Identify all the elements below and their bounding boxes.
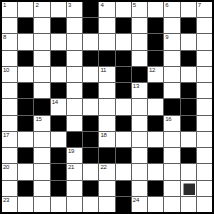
cell-r9c9[interactable] bbox=[132, 132, 147, 147]
cell-r13c9[interactable]: 24 bbox=[132, 197, 147, 212]
cell-r13c13[interactable] bbox=[197, 197, 212, 212]
cell-r8c3[interactable]: 15 bbox=[34, 116, 49, 131]
black-cell-r12c8 bbox=[116, 181, 131, 196]
black-cell-r2c2 bbox=[18, 18, 33, 33]
cell-r10c13[interactable] bbox=[197, 148, 212, 163]
cell-r7c5[interactable] bbox=[67, 99, 82, 114]
cell-r13c4[interactable] bbox=[51, 197, 66, 212]
cell-r5c6[interactable] bbox=[83, 67, 98, 82]
cell-r1c8[interactable] bbox=[116, 2, 131, 17]
cell-r6c13[interactable] bbox=[197, 83, 212, 98]
cell-r7c7[interactable] bbox=[99, 99, 114, 114]
black-cell-r10c7 bbox=[99, 148, 114, 163]
clue-number-6: 6 bbox=[165, 2, 168, 9]
cell-r4c5[interactable] bbox=[67, 51, 82, 66]
cell-r12c1[interactable] bbox=[2, 181, 17, 196]
clue-number-3: 3 bbox=[68, 2, 71, 9]
black-cell-r6c8 bbox=[116, 83, 131, 98]
cell-r7c8[interactable] bbox=[116, 99, 131, 114]
black-cell-r7c3 bbox=[34, 99, 49, 114]
black-cell-r7c2 bbox=[18, 99, 33, 114]
cell-r8c7[interactable] bbox=[99, 116, 114, 131]
black-cell-r2c12 bbox=[181, 18, 196, 33]
black-cell-r4c2 bbox=[18, 51, 33, 66]
cell-r11c7[interactable]: 22 bbox=[99, 164, 114, 179]
black-cell-r6c10 bbox=[148, 83, 163, 98]
cell-r13c1[interactable]: 23 bbox=[2, 197, 17, 212]
cell-r4c13[interactable] bbox=[197, 51, 212, 66]
cell-r6c1[interactable] bbox=[2, 83, 17, 98]
cell-r2c13[interactable] bbox=[197, 18, 212, 33]
clue-number-15: 15 bbox=[35, 116, 41, 123]
cell-r1c11[interactable]: 6 bbox=[164, 2, 179, 17]
cell-r3c13[interactable] bbox=[197, 34, 212, 49]
cell-r13c6[interactable] bbox=[83, 197, 98, 212]
cell-r6c5[interactable] bbox=[67, 83, 82, 98]
cell-r4c9[interactable] bbox=[132, 51, 147, 66]
cell-r7c10[interactable] bbox=[148, 99, 163, 114]
cell-r3c8[interactable] bbox=[116, 34, 131, 49]
clue-number-13: 13 bbox=[133, 83, 139, 90]
cell-r11c10[interactable] bbox=[148, 164, 163, 179]
cell-r8c13[interactable] bbox=[197, 116, 212, 131]
black-cell-r5c9 bbox=[132, 67, 147, 82]
cell-r7c1[interactable] bbox=[2, 99, 17, 114]
cell-r4c3[interactable] bbox=[34, 51, 49, 66]
black-cell-r10c2 bbox=[18, 148, 33, 163]
cell-r5c1[interactable]: 10 bbox=[2, 67, 17, 82]
cell-r5c11[interactable] bbox=[164, 67, 179, 82]
cell-r6c7[interactable] bbox=[99, 83, 114, 98]
clue-number-8: 8 bbox=[3, 34, 6, 41]
black-cell-r6c2 bbox=[18, 83, 33, 98]
cell-r11c8[interactable] bbox=[116, 164, 131, 179]
cell-r5c12[interactable] bbox=[181, 67, 196, 82]
cell-r1c5[interactable]: 3 bbox=[67, 2, 82, 17]
cell-r5c3[interactable] bbox=[34, 67, 49, 82]
cell-r1c4[interactable] bbox=[51, 2, 66, 17]
cell-r1c3[interactable]: 2 bbox=[34, 2, 49, 17]
cell-r2c9[interactable] bbox=[132, 18, 147, 33]
cell-r8c11[interactable]: 16 bbox=[164, 116, 179, 131]
cell-r11c11[interactable] bbox=[164, 164, 179, 179]
clue-number-1: 1 bbox=[3, 2, 6, 9]
cell-r9c11[interactable] bbox=[164, 132, 179, 147]
clue-number-10: 10 bbox=[3, 67, 9, 74]
clue-number-12: 12 bbox=[149, 67, 155, 74]
cell-r7c9[interactable] bbox=[132, 99, 147, 114]
black-cell-r5c8 bbox=[116, 67, 131, 82]
clue-number-9: 9 bbox=[165, 34, 168, 41]
black-cell-r2c4 bbox=[51, 18, 66, 33]
black-cell-r4c8 bbox=[116, 51, 131, 66]
cell-r13c11[interactable] bbox=[164, 197, 179, 212]
cell-r13c2[interactable] bbox=[18, 197, 33, 212]
black-cell-r8c6 bbox=[83, 116, 98, 131]
clue-number-5: 5 bbox=[133, 2, 136, 9]
cell-r6c3[interactable] bbox=[34, 83, 49, 98]
cell-r10c3[interactable] bbox=[34, 148, 49, 163]
cell-r5c5[interactable] bbox=[67, 67, 82, 82]
black-cell-r7c11 bbox=[164, 99, 179, 114]
clue-number-11: 11 bbox=[100, 67, 106, 74]
cell-r5c2[interactable] bbox=[18, 67, 33, 82]
cell-r8c1[interactable] bbox=[2, 116, 17, 131]
black-cell-r4c7 bbox=[99, 51, 114, 66]
cell-r3c11[interactable]: 9 bbox=[164, 34, 179, 49]
clue-number-14: 14 bbox=[52, 99, 58, 106]
black-cell-r12c2 bbox=[18, 181, 33, 196]
black-cell-r9c5 bbox=[67, 132, 82, 147]
cell-r12c13[interactable] bbox=[197, 181, 212, 196]
black-cell-r10c6 bbox=[83, 148, 98, 163]
clue-number-18: 18 bbox=[100, 132, 106, 139]
clue-number-24: 24 bbox=[133, 197, 139, 204]
black-cell-r12c6 bbox=[83, 181, 98, 196]
black-cell-r11c4 bbox=[51, 164, 66, 179]
cell-r11c12[interactable] bbox=[181, 164, 196, 179]
cell-r3c12[interactable] bbox=[181, 34, 196, 49]
black-cell-r12c4 bbox=[51, 181, 66, 196]
clue-number-20: 20 bbox=[3, 164, 9, 171]
cell-r3c9[interactable] bbox=[132, 34, 147, 49]
cell-r4c11[interactable] bbox=[164, 51, 179, 66]
black-cell-r10c8 bbox=[116, 148, 131, 163]
black-cell-r8c8 bbox=[116, 116, 131, 131]
cell-r9c2[interactable] bbox=[18, 132, 33, 147]
cell-r1c12[interactable] bbox=[181, 2, 196, 17]
cell-r2c7[interactable] bbox=[99, 18, 114, 33]
clue-number-23: 23 bbox=[3, 197, 9, 204]
black-cell-r4c10 bbox=[148, 51, 163, 66]
black-cell-r3c10 bbox=[148, 34, 163, 49]
cell-r5c4[interactable] bbox=[51, 67, 66, 82]
cell-r8c9[interactable] bbox=[132, 116, 147, 131]
clue-number-7: 7 bbox=[198, 2, 201, 9]
cell-r3c2[interactable] bbox=[18, 34, 33, 49]
cell-r9c13[interactable] bbox=[197, 132, 212, 147]
cell-r7c13[interactable] bbox=[197, 99, 212, 114]
cell-r12c9[interactable] bbox=[132, 181, 147, 196]
black-cell-r2c6 bbox=[83, 18, 98, 33]
cell-r12c5[interactable] bbox=[67, 181, 82, 196]
black-cell-r7c12 bbox=[181, 99, 196, 114]
cell-r3c3[interactable] bbox=[34, 34, 49, 49]
cell-r11c2[interactable] bbox=[18, 164, 33, 179]
cell-r9c3[interactable] bbox=[34, 132, 49, 147]
cell-r9c1[interactable]: 17 bbox=[2, 132, 17, 147]
cell-r5c13[interactable] bbox=[197, 67, 212, 82]
cell-r1c10[interactable] bbox=[148, 2, 163, 17]
black-cell-r13c8 bbox=[116, 197, 131, 212]
black-cell-r4c12 bbox=[181, 51, 196, 66]
cell-r5c7[interactable]: 11 bbox=[99, 67, 114, 82]
black-cell-r6c6 bbox=[83, 83, 98, 98]
cell-r10c5[interactable]: 19 bbox=[67, 148, 82, 163]
cell-r3c4[interactable] bbox=[51, 34, 66, 49]
clue-number-22: 22 bbox=[100, 164, 106, 171]
cell-r12c11[interactable] bbox=[164, 181, 179, 196]
crossword-page: 123456789101112131415161718192021222324 bbox=[0, 0, 214, 214]
clue-number-16: 16 bbox=[165, 116, 171, 123]
cell-r2c11[interactable] bbox=[164, 18, 179, 33]
cell-r10c9[interactable] bbox=[132, 148, 147, 163]
cell-r12c7[interactable] bbox=[99, 181, 114, 196]
cell-r11c5[interactable]: 21 bbox=[67, 164, 82, 179]
black-cell-r8c2 bbox=[18, 116, 33, 131]
cell-r4c1[interactable] bbox=[2, 51, 17, 66]
cell-r12c3[interactable] bbox=[34, 181, 49, 196]
black-cell-r10c10 bbox=[148, 148, 163, 163]
crossword-grid: 123456789101112131415161718192021222324 bbox=[0, 0, 214, 214]
black-cell-r10c4 bbox=[51, 148, 66, 163]
cell-r3c5[interactable] bbox=[67, 34, 82, 49]
cell-r2c3[interactable] bbox=[34, 18, 49, 33]
cell-r9c8[interactable] bbox=[116, 132, 131, 147]
black-cell-r6c12 bbox=[181, 83, 196, 98]
black-cell-r8c10 bbox=[148, 116, 163, 131]
clue-number-4: 4 bbox=[100, 2, 103, 9]
cell-r10c1[interactable] bbox=[2, 148, 17, 163]
clue-number-17: 17 bbox=[3, 132, 9, 139]
cell-r9c10[interactable] bbox=[148, 132, 163, 147]
cell-r7c4[interactable]: 14 bbox=[51, 99, 66, 114]
black-cell-r10c12 bbox=[181, 148, 196, 163]
cell-r2c5[interactable] bbox=[67, 18, 82, 33]
black-cell-r12c12 bbox=[181, 181, 196, 196]
cell-r7c6[interactable] bbox=[83, 99, 98, 114]
cell-r11c3[interactable] bbox=[34, 164, 49, 179]
cell-r5c10[interactable]: 12 bbox=[148, 67, 163, 82]
cell-r13c12[interactable] bbox=[181, 197, 196, 212]
black-cell-r6c4 bbox=[51, 83, 66, 98]
clue-number-21: 21 bbox=[68, 164, 74, 171]
cell-r13c10[interactable] bbox=[148, 197, 163, 212]
cell-r9c4[interactable] bbox=[51, 132, 66, 147]
black-cell-r1c6 bbox=[83, 2, 98, 17]
cell-r1c13[interactable]: 7 bbox=[197, 2, 212, 17]
cell-r1c2[interactable] bbox=[18, 2, 33, 17]
cell-r11c9[interactable] bbox=[132, 164, 147, 179]
black-cell-r2c10 bbox=[148, 18, 163, 33]
cell-r1c7[interactable]: 4 bbox=[99, 2, 114, 17]
cell-r6c11[interactable] bbox=[164, 83, 179, 98]
black-cell-r8c12 bbox=[181, 116, 196, 131]
black-cell-r4c4 bbox=[51, 51, 66, 66]
cell-r11c1[interactable]: 20 bbox=[2, 164, 17, 179]
cell-r3c7[interactable] bbox=[99, 34, 114, 49]
cell-r6c9[interactable]: 13 bbox=[132, 83, 147, 98]
cell-r9c7[interactable]: 18 bbox=[99, 132, 114, 147]
cell-r2c1[interactable] bbox=[2, 18, 17, 33]
black-cell-r9c6 bbox=[83, 132, 98, 147]
cell-r11c13[interactable] bbox=[197, 164, 212, 179]
cell-r13c5[interactable] bbox=[67, 197, 82, 212]
cell-r8c5[interactable] bbox=[67, 116, 82, 131]
clue-number-19: 19 bbox=[68, 148, 74, 155]
cell-r13c3[interactable] bbox=[34, 197, 49, 212]
cell-r13c7[interactable] bbox=[99, 197, 114, 212]
black-cell-r4c6 bbox=[83, 51, 98, 66]
cell-r1c1[interactable]: 1 bbox=[2, 2, 17, 17]
cell-r1c9[interactable]: 5 bbox=[132, 2, 147, 17]
black-cell-r12c10 bbox=[148, 181, 163, 196]
clue-number-2: 2 bbox=[35, 2, 38, 9]
cell-r9c12[interactable] bbox=[181, 132, 196, 147]
cell-r11c6[interactable] bbox=[83, 164, 98, 179]
cell-r3c1[interactable]: 8 bbox=[2, 34, 17, 49]
black-cell-r2c8 bbox=[116, 18, 131, 33]
cell-r3c6[interactable] bbox=[83, 34, 98, 49]
black-cell-r8c4 bbox=[51, 116, 66, 131]
cell-r10c11[interactable] bbox=[164, 148, 179, 163]
